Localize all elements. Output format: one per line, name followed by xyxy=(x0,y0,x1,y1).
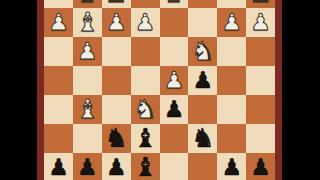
square-c5[interactable] xyxy=(188,95,217,124)
black-pawn[interactable]: ♟ xyxy=(246,153,275,180)
black-pawn[interactable]: ♟ xyxy=(160,95,189,124)
square-b1[interactable] xyxy=(217,0,246,8)
square-f4[interactable] xyxy=(102,66,131,95)
white-pawn[interactable]: ♟ xyxy=(246,8,275,37)
square-h1[interactable] xyxy=(44,0,73,8)
square-f3[interactable] xyxy=(102,37,131,66)
square-b5[interactable] xyxy=(217,95,246,124)
square-d2[interactable] xyxy=(160,8,189,37)
black-pawn[interactable]: ♟ xyxy=(217,153,246,180)
white-knight[interactable]: ♞ xyxy=(131,95,160,124)
square-d3[interactable] xyxy=(160,37,189,66)
white-knight[interactable]: ♞ xyxy=(188,37,217,66)
white-bishop[interactable]: ♝ xyxy=(73,95,102,124)
square-c7[interactable] xyxy=(188,153,217,180)
square-c4[interactable]: ♟ xyxy=(188,66,217,95)
square-e7[interactable]: ♝ xyxy=(131,153,160,180)
square-e2[interactable]: ♟ xyxy=(131,8,160,37)
square-f1[interactable]: ♜ xyxy=(102,0,131,8)
square-c6[interactable]: ♞ xyxy=(188,124,217,153)
square-h6[interactable] xyxy=(44,124,73,153)
white-queen[interactable]: ♛ xyxy=(160,0,189,8)
square-g4[interactable] xyxy=(73,66,102,95)
white-rook[interactable]: ♜ xyxy=(102,0,131,8)
black-pawn[interactable]: ♟ xyxy=(73,153,102,180)
square-d7[interactable] xyxy=(160,153,189,180)
square-a7[interactable]: ♟ xyxy=(246,153,275,180)
square-g3[interactable]: ♟ xyxy=(73,37,102,66)
square-d5[interactable]: ♟ xyxy=(160,95,189,124)
square-c3[interactable]: ♞ xyxy=(188,37,217,66)
square-c2[interactable] xyxy=(188,8,217,37)
square-e3[interactable] xyxy=(131,37,160,66)
square-b3[interactable] xyxy=(217,37,246,66)
black-pawn[interactable]: ♟ xyxy=(102,153,131,180)
square-b2[interactable]: ♟ xyxy=(217,8,246,37)
square-f6[interactable]: ♞ xyxy=(102,124,131,153)
white-pawn[interactable]: ♟ xyxy=(160,66,189,95)
square-h2[interactable]: ♟ xyxy=(44,8,73,37)
square-h4[interactable] xyxy=(44,66,73,95)
square-f5[interactable] xyxy=(102,95,131,124)
square-a6[interactable] xyxy=(246,124,275,153)
square-d6[interactable] xyxy=(160,124,189,153)
square-h5[interactable] xyxy=(44,95,73,124)
white-pawn[interactable]: ♟ xyxy=(102,8,131,37)
square-f2[interactable]: ♟ xyxy=(102,8,131,37)
screenshot-stage: ♚♜♛♜♟♝♟♟♟♟♟♞♟♟♝♞♟♞♝♞♟♟♟♝♟♟♚♜♛♜ xyxy=(0,0,320,180)
white-rook[interactable]: ♜ xyxy=(246,0,275,8)
square-e1[interactable] xyxy=(131,0,160,8)
white-bishop[interactable]: ♝ xyxy=(73,8,102,37)
black-pawn[interactable]: ♟ xyxy=(188,66,217,95)
square-a1[interactable]: ♜ xyxy=(246,0,275,8)
white-pawn[interactable]: ♟ xyxy=(131,8,160,37)
black-knight[interactable]: ♞ xyxy=(102,124,131,153)
square-d4[interactable]: ♟ xyxy=(160,66,189,95)
square-a2[interactable]: ♟ xyxy=(246,8,275,37)
chess-board-frame: ♚♜♛♜♟♝♟♟♟♟♟♞♟♟♝♞♟♞♝♞♟♟♟♝♟♟♚♜♛♜ xyxy=(37,0,282,180)
square-h7[interactable]: ♟ xyxy=(44,153,73,180)
black-bishop[interactable]: ♝ xyxy=(131,153,160,180)
square-h3[interactable] xyxy=(44,37,73,66)
square-a4[interactable] xyxy=(246,66,275,95)
square-g5[interactable]: ♝ xyxy=(73,95,102,124)
square-b6[interactable] xyxy=(217,124,246,153)
square-e6[interactable]: ♝ xyxy=(131,124,160,153)
square-c1[interactable] xyxy=(188,0,217,8)
black-bishop[interactable]: ♝ xyxy=(131,124,160,153)
square-e5[interactable]: ♞ xyxy=(131,95,160,124)
square-f7[interactable]: ♟ xyxy=(102,153,131,180)
black-pawn[interactable]: ♟ xyxy=(44,153,73,180)
square-a5[interactable] xyxy=(246,95,275,124)
square-g2[interactable]: ♝ xyxy=(73,8,102,37)
square-b7[interactable]: ♟ xyxy=(217,153,246,180)
square-e4[interactable] xyxy=(131,66,160,95)
square-a3[interactable] xyxy=(246,37,275,66)
white-pawn[interactable]: ♟ xyxy=(73,37,102,66)
square-b4[interactable] xyxy=(217,66,246,95)
board-grid[interactable]: ♚♜♛♜♟♝♟♟♟♟♟♞♟♟♝♞♟♞♝♞♟♟♟♝♟♟♚♜♛♜ xyxy=(44,0,275,180)
white-pawn[interactable]: ♟ xyxy=(217,8,246,37)
square-g7[interactable]: ♟ xyxy=(73,153,102,180)
square-g6[interactable] xyxy=(73,124,102,153)
white-pawn[interactable]: ♟ xyxy=(44,8,73,37)
black-knight[interactable]: ♞ xyxy=(188,124,217,153)
square-d1[interactable]: ♛ xyxy=(160,0,189,8)
